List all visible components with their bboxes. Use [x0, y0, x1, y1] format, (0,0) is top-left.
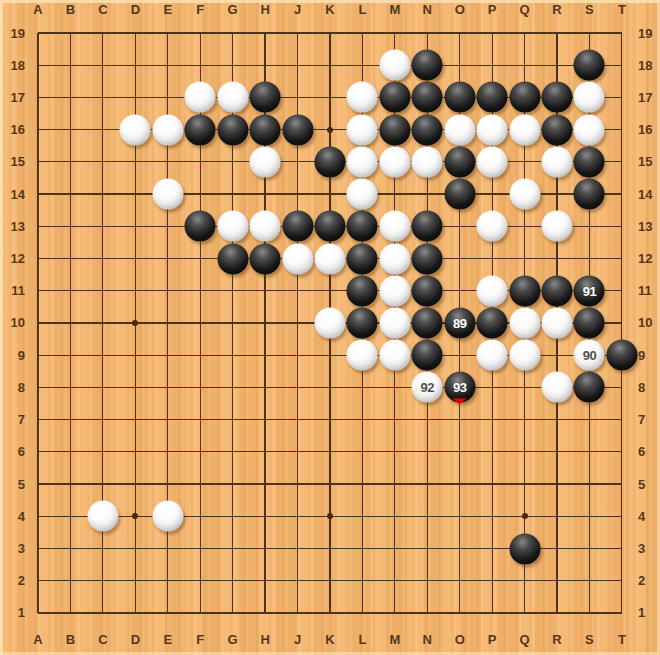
intersection-D16[interactable] [119, 114, 151, 146]
intersection-F12[interactable] [184, 242, 216, 274]
intersection-J11[interactable] [281, 275, 313, 307]
intersection-F5[interactable] [184, 468, 216, 500]
intersection-A7[interactable] [22, 404, 54, 436]
intersection-L16[interactable] [346, 114, 378, 146]
intersection-N10[interactable] [411, 307, 443, 339]
intersection-D13[interactable] [119, 210, 151, 242]
intersection-R5[interactable] [541, 468, 573, 500]
intersection-B11[interactable] [54, 275, 86, 307]
intersection-M18[interactable] [379, 49, 411, 81]
intersection-S17[interactable] [573, 81, 605, 113]
intersection-J3[interactable] [281, 532, 313, 564]
intersection-O7[interactable] [443, 404, 475, 436]
intersection-B15[interactable] [54, 146, 86, 178]
intersection-O3[interactable] [443, 532, 475, 564]
intersection-N16[interactable] [411, 114, 443, 146]
intersection-R4[interactable] [541, 500, 573, 532]
intersection-F18[interactable] [184, 49, 216, 81]
intersection-M1[interactable] [379, 597, 411, 629]
intersection-Q9[interactable] [508, 339, 540, 371]
intersection-A16[interactable] [22, 114, 54, 146]
intersection-O17[interactable] [443, 81, 475, 113]
intersection-G6[interactable] [216, 436, 248, 468]
intersection-L5[interactable] [346, 468, 378, 500]
intersection-E3[interactable] [152, 532, 184, 564]
intersection-Q4[interactable] [508, 500, 540, 532]
go-board[interactable]: 9189909293 [22, 17, 638, 629]
intersection-M10[interactable] [379, 307, 411, 339]
intersection-R1[interactable] [541, 597, 573, 629]
intersection-R8[interactable] [541, 371, 573, 403]
intersection-S3[interactable] [573, 532, 605, 564]
intersection-F7[interactable] [184, 404, 216, 436]
intersection-H2[interactable] [249, 565, 281, 597]
intersection-L1[interactable] [346, 597, 378, 629]
intersection-G16[interactable] [216, 114, 248, 146]
intersection-L15[interactable] [346, 146, 378, 178]
intersection-S16[interactable] [573, 114, 605, 146]
intersection-A9[interactable] [22, 339, 54, 371]
intersection-Q1[interactable] [508, 597, 540, 629]
intersection-Q8[interactable] [508, 371, 540, 403]
intersection-K14[interactable] [314, 178, 346, 210]
intersection-P14[interactable] [476, 178, 508, 210]
intersection-A10[interactable] [22, 307, 54, 339]
intersection-E9[interactable] [152, 339, 184, 371]
intersection-K3[interactable] [314, 532, 346, 564]
intersection-E12[interactable] [152, 242, 184, 274]
intersection-Q2[interactable] [508, 565, 540, 597]
intersection-Q5[interactable] [508, 468, 540, 500]
intersection-T5[interactable] [606, 468, 638, 500]
intersection-N7[interactable] [411, 404, 443, 436]
intersection-K12[interactable] [314, 242, 346, 274]
intersection-O5[interactable] [443, 468, 475, 500]
intersection-D4[interactable] [119, 500, 151, 532]
intersection-M2[interactable] [379, 565, 411, 597]
intersection-P6[interactable] [476, 436, 508, 468]
intersection-P2[interactable] [476, 565, 508, 597]
intersection-J2[interactable] [281, 565, 313, 597]
intersection-R12[interactable] [541, 242, 573, 274]
intersection-G12[interactable] [216, 242, 248, 274]
intersection-M11[interactable] [379, 275, 411, 307]
intersection-F9[interactable] [184, 339, 216, 371]
intersection-Q16[interactable] [508, 114, 540, 146]
intersection-R6[interactable] [541, 436, 573, 468]
intersection-K1[interactable] [314, 597, 346, 629]
intersection-Q19[interactable] [508, 17, 540, 49]
intersection-S2[interactable] [573, 565, 605, 597]
intersection-E19[interactable] [152, 17, 184, 49]
intersection-S11[interactable]: 91 [573, 275, 605, 307]
intersection-O2[interactable] [443, 565, 475, 597]
intersection-E11[interactable] [152, 275, 184, 307]
intersection-T15[interactable] [606, 146, 638, 178]
intersection-N9[interactable] [411, 339, 443, 371]
intersection-O11[interactable] [443, 275, 475, 307]
intersection-C5[interactable] [87, 468, 119, 500]
intersection-H17[interactable] [249, 81, 281, 113]
intersection-G2[interactable] [216, 565, 248, 597]
intersection-N4[interactable] [411, 500, 443, 532]
intersection-N6[interactable] [411, 436, 443, 468]
intersection-S1[interactable] [573, 597, 605, 629]
intersection-C18[interactable] [87, 49, 119, 81]
intersection-R18[interactable] [541, 49, 573, 81]
intersection-A12[interactable] [22, 242, 54, 274]
intersection-Q7[interactable] [508, 404, 540, 436]
intersection-Q11[interactable] [508, 275, 540, 307]
intersection-H19[interactable] [249, 17, 281, 49]
intersection-D7[interactable] [119, 404, 151, 436]
intersection-S7[interactable] [573, 404, 605, 436]
intersection-B19[interactable] [54, 17, 86, 49]
intersection-P16[interactable] [476, 114, 508, 146]
intersection-H11[interactable] [249, 275, 281, 307]
intersection-L17[interactable] [346, 81, 378, 113]
intersection-O18[interactable] [443, 49, 475, 81]
intersection-E17[interactable] [152, 81, 184, 113]
intersection-E5[interactable] [152, 468, 184, 500]
intersection-F15[interactable] [184, 146, 216, 178]
intersection-J18[interactable] [281, 49, 313, 81]
intersection-T1[interactable] [606, 597, 638, 629]
intersection-C4[interactable] [87, 500, 119, 532]
intersection-R13[interactable] [541, 210, 573, 242]
intersection-F19[interactable] [184, 17, 216, 49]
intersection-J16[interactable] [281, 114, 313, 146]
intersection-O1[interactable] [443, 597, 475, 629]
intersection-J5[interactable] [281, 468, 313, 500]
intersection-N17[interactable] [411, 81, 443, 113]
intersection-J19[interactable] [281, 17, 313, 49]
intersection-T11[interactable] [606, 275, 638, 307]
intersection-H8[interactable] [249, 371, 281, 403]
intersection-B13[interactable] [54, 210, 86, 242]
intersection-S5[interactable] [573, 468, 605, 500]
intersection-D1[interactable] [119, 597, 151, 629]
intersection-M14[interactable] [379, 178, 411, 210]
intersection-C8[interactable] [87, 371, 119, 403]
intersection-A2[interactable] [22, 565, 54, 597]
intersection-L8[interactable] [346, 371, 378, 403]
intersection-G17[interactable] [216, 81, 248, 113]
intersection-G1[interactable] [216, 597, 248, 629]
intersection-J17[interactable] [281, 81, 313, 113]
intersection-L3[interactable] [346, 532, 378, 564]
intersection-L14[interactable] [346, 178, 378, 210]
intersection-T9[interactable] [606, 339, 638, 371]
intersection-G7[interactable] [216, 404, 248, 436]
intersection-J4[interactable] [281, 500, 313, 532]
intersection-T13[interactable] [606, 210, 638, 242]
intersection-S14[interactable] [573, 178, 605, 210]
intersection-P17[interactable] [476, 81, 508, 113]
intersection-B2[interactable] [54, 565, 86, 597]
intersection-H18[interactable] [249, 49, 281, 81]
intersection-K18[interactable] [314, 49, 346, 81]
intersection-M8[interactable] [379, 371, 411, 403]
intersection-Q13[interactable] [508, 210, 540, 242]
intersection-D8[interactable] [119, 371, 151, 403]
intersection-L7[interactable] [346, 404, 378, 436]
intersection-A5[interactable] [22, 468, 54, 500]
intersection-D3[interactable] [119, 532, 151, 564]
intersection-K11[interactable] [314, 275, 346, 307]
intersection-J12[interactable] [281, 242, 313, 274]
intersection-S4[interactable] [573, 500, 605, 532]
intersection-O12[interactable] [443, 242, 475, 274]
intersection-R15[interactable] [541, 146, 573, 178]
intersection-H1[interactable] [249, 597, 281, 629]
intersection-K17[interactable] [314, 81, 346, 113]
intersection-S15[interactable] [573, 146, 605, 178]
intersection-P3[interactable] [476, 532, 508, 564]
intersection-J6[interactable] [281, 436, 313, 468]
intersection-P13[interactable] [476, 210, 508, 242]
intersection-O19[interactable] [443, 17, 475, 49]
intersection-C12[interactable] [87, 242, 119, 274]
intersection-A13[interactable] [22, 210, 54, 242]
intersection-E16[interactable] [152, 114, 184, 146]
intersection-L9[interactable] [346, 339, 378, 371]
intersection-N12[interactable] [411, 242, 443, 274]
intersection-A6[interactable] [22, 436, 54, 468]
intersection-R16[interactable] [541, 114, 573, 146]
intersection-B7[interactable] [54, 404, 86, 436]
intersection-M17[interactable] [379, 81, 411, 113]
intersection-L18[interactable] [346, 49, 378, 81]
intersection-L2[interactable] [346, 565, 378, 597]
intersection-M4[interactable] [379, 500, 411, 532]
intersection-B6[interactable] [54, 436, 86, 468]
intersection-Q10[interactable] [508, 307, 540, 339]
intersection-F2[interactable] [184, 565, 216, 597]
intersection-R14[interactable] [541, 178, 573, 210]
intersection-A19[interactable] [22, 17, 54, 49]
intersection-R11[interactable] [541, 275, 573, 307]
intersection-J14[interactable] [281, 178, 313, 210]
intersection-N8[interactable]: 92 [411, 371, 443, 403]
intersection-N3[interactable] [411, 532, 443, 564]
intersection-Q12[interactable] [508, 242, 540, 274]
intersection-F16[interactable] [184, 114, 216, 146]
intersection-H6[interactable] [249, 436, 281, 468]
intersection-M19[interactable] [379, 17, 411, 49]
intersection-B8[interactable] [54, 371, 86, 403]
intersection-S8[interactable] [573, 371, 605, 403]
intersection-N5[interactable] [411, 468, 443, 500]
intersection-C10[interactable] [87, 307, 119, 339]
intersection-R3[interactable] [541, 532, 573, 564]
intersection-S12[interactable] [573, 242, 605, 274]
intersection-T16[interactable] [606, 114, 638, 146]
intersection-G4[interactable] [216, 500, 248, 532]
intersection-C9[interactable] [87, 339, 119, 371]
intersection-E4[interactable] [152, 500, 184, 532]
intersection-F11[interactable] [184, 275, 216, 307]
intersection-P15[interactable] [476, 146, 508, 178]
intersection-P7[interactable] [476, 404, 508, 436]
intersection-K7[interactable] [314, 404, 346, 436]
intersection-T7[interactable] [606, 404, 638, 436]
intersection-G18[interactable] [216, 49, 248, 81]
intersection-C2[interactable] [87, 565, 119, 597]
intersection-T14[interactable] [606, 178, 638, 210]
intersection-T6[interactable] [606, 436, 638, 468]
intersection-J9[interactable] [281, 339, 313, 371]
intersection-M13[interactable] [379, 210, 411, 242]
intersection-T4[interactable] [606, 500, 638, 532]
intersection-F10[interactable] [184, 307, 216, 339]
intersection-G11[interactable] [216, 275, 248, 307]
intersection-H12[interactable] [249, 242, 281, 274]
intersection-D15[interactable] [119, 146, 151, 178]
intersection-Q6[interactable] [508, 436, 540, 468]
intersection-F14[interactable] [184, 178, 216, 210]
intersection-G8[interactable] [216, 371, 248, 403]
intersection-E6[interactable] [152, 436, 184, 468]
intersection-Q3[interactable] [508, 532, 540, 564]
intersection-E14[interactable] [152, 178, 184, 210]
intersection-G5[interactable] [216, 468, 248, 500]
intersection-K13[interactable] [314, 210, 346, 242]
intersection-J1[interactable] [281, 597, 313, 629]
intersection-D14[interactable] [119, 178, 151, 210]
intersection-K9[interactable] [314, 339, 346, 371]
intersection-A15[interactable] [22, 146, 54, 178]
intersection-L10[interactable] [346, 307, 378, 339]
intersection-K4[interactable] [314, 500, 346, 532]
intersection-B3[interactable] [54, 532, 86, 564]
intersection-J7[interactable] [281, 404, 313, 436]
intersection-N19[interactable] [411, 17, 443, 49]
intersection-A14[interactable] [22, 178, 54, 210]
intersection-L12[interactable] [346, 242, 378, 274]
intersection-P18[interactable] [476, 49, 508, 81]
intersection-N1[interactable] [411, 597, 443, 629]
intersection-O8[interactable]: 93 [443, 371, 475, 403]
intersection-D10[interactable] [119, 307, 151, 339]
intersection-F8[interactable] [184, 371, 216, 403]
intersection-A3[interactable] [22, 532, 54, 564]
intersection-M15[interactable] [379, 146, 411, 178]
intersection-F4[interactable] [184, 500, 216, 532]
intersection-B17[interactable] [54, 81, 86, 113]
intersection-A8[interactable] [22, 371, 54, 403]
intersection-K8[interactable] [314, 371, 346, 403]
intersection-Q17[interactable] [508, 81, 540, 113]
intersection-M7[interactable] [379, 404, 411, 436]
intersection-B4[interactable] [54, 500, 86, 532]
intersection-G14[interactable] [216, 178, 248, 210]
intersection-P10[interactable] [476, 307, 508, 339]
intersection-B12[interactable] [54, 242, 86, 274]
intersection-H4[interactable] [249, 500, 281, 532]
intersection-A11[interactable] [22, 275, 54, 307]
intersection-F17[interactable] [184, 81, 216, 113]
intersection-C16[interactable] [87, 114, 119, 146]
intersection-N15[interactable] [411, 146, 443, 178]
intersection-C17[interactable] [87, 81, 119, 113]
intersection-T2[interactable] [606, 565, 638, 597]
intersection-S19[interactable] [573, 17, 605, 49]
intersection-H13[interactable] [249, 210, 281, 242]
intersection-N13[interactable] [411, 210, 443, 242]
intersection-P9[interactable] [476, 339, 508, 371]
intersection-H7[interactable] [249, 404, 281, 436]
intersection-J15[interactable] [281, 146, 313, 178]
intersection-C19[interactable] [87, 17, 119, 49]
intersection-T10[interactable] [606, 307, 638, 339]
intersection-O13[interactable] [443, 210, 475, 242]
intersection-Q18[interactable] [508, 49, 540, 81]
intersection-C11[interactable] [87, 275, 119, 307]
intersection-F13[interactable] [184, 210, 216, 242]
intersection-A17[interactable] [22, 81, 54, 113]
intersection-T12[interactable] [606, 242, 638, 274]
intersection-M16[interactable] [379, 114, 411, 146]
intersection-D9[interactable] [119, 339, 151, 371]
intersection-A1[interactable] [22, 597, 54, 629]
intersection-T18[interactable] [606, 49, 638, 81]
intersection-S13[interactable] [573, 210, 605, 242]
intersection-B5[interactable] [54, 468, 86, 500]
intersection-G10[interactable] [216, 307, 248, 339]
intersection-K5[interactable] [314, 468, 346, 500]
intersection-G9[interactable] [216, 339, 248, 371]
intersection-P4[interactable] [476, 500, 508, 532]
intersection-F6[interactable] [184, 436, 216, 468]
intersection-B18[interactable] [54, 49, 86, 81]
intersection-O4[interactable] [443, 500, 475, 532]
intersection-D6[interactable] [119, 436, 151, 468]
intersection-A4[interactable] [22, 500, 54, 532]
intersection-G19[interactable] [216, 17, 248, 49]
intersection-O16[interactable] [443, 114, 475, 146]
intersection-S10[interactable] [573, 307, 605, 339]
intersection-R19[interactable] [541, 17, 573, 49]
intersection-P12[interactable] [476, 242, 508, 274]
intersection-N14[interactable] [411, 178, 443, 210]
intersection-R7[interactable] [541, 404, 573, 436]
intersection-C15[interactable] [87, 146, 119, 178]
intersection-O14[interactable] [443, 178, 475, 210]
intersection-R17[interactable] [541, 81, 573, 113]
intersection-L13[interactable] [346, 210, 378, 242]
intersection-C1[interactable] [87, 597, 119, 629]
intersection-P8[interactable] [476, 371, 508, 403]
intersection-K16[interactable] [314, 114, 346, 146]
intersection-R9[interactable] [541, 339, 573, 371]
intersection-N18[interactable] [411, 49, 443, 81]
intersection-H14[interactable] [249, 178, 281, 210]
intersection-R10[interactable] [541, 307, 573, 339]
intersection-G3[interactable] [216, 532, 248, 564]
intersection-D2[interactable] [119, 565, 151, 597]
intersection-L19[interactable] [346, 17, 378, 49]
intersection-E8[interactable] [152, 371, 184, 403]
intersection-M12[interactable] [379, 242, 411, 274]
intersection-B9[interactable] [54, 339, 86, 371]
intersection-D19[interactable] [119, 17, 151, 49]
intersection-H16[interactable] [249, 114, 281, 146]
intersection-P5[interactable] [476, 468, 508, 500]
intersection-P11[interactable] [476, 275, 508, 307]
intersection-E18[interactable] [152, 49, 184, 81]
intersection-D12[interactable] [119, 242, 151, 274]
